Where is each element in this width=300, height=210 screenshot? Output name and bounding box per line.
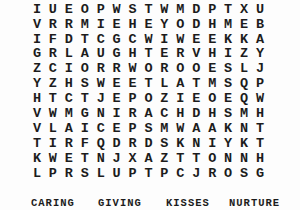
grid-cell-r6c3: H [61,77,77,92]
grid-cell-r5c15: J [252,62,268,77]
grid-cell-r2c9: Y [156,17,172,32]
grid-cell-r3c3: D [61,32,77,47]
grid-cell-r9c1: V [29,121,45,136]
grid-cell-r9c4: I [77,121,93,136]
grid-cell-r12c5: L [93,166,109,181]
grid-cell-r10c8: D [141,136,157,151]
grid-cell-r1c8: T [141,2,157,17]
grid-cell-r11c8: A [141,151,157,166]
grid-cell-r7c9: Z [156,92,172,107]
grid-cell-r1c5: P [93,2,109,17]
grid-cell-r8c6: I [109,106,125,121]
grid-cell-r1c1: I [29,2,45,17]
grid-cell-r6c14: Q [236,77,252,92]
grid-cell-r2c13: M [220,17,236,32]
grid-cell-r3c13: K [220,32,236,47]
grid-cell-r8c3: M [61,106,77,121]
grid-cell-r3c6: G [109,32,125,47]
grid-cell-r5c8: O [141,62,157,77]
grid-cell-r6c10: A [172,77,188,92]
grid-cell-r3c8: W [141,32,157,47]
grid-cell-r6c8: T [141,77,157,92]
grid-cell-r1c11: D [188,2,204,17]
grid-cell-r7c4: T [77,92,93,107]
grid-cell-r12c12: R [204,166,220,181]
grid-cell-r4c13: I [220,47,236,62]
grid-cell-r2c2: R [45,17,61,32]
grid-cell-r8c14: M [236,106,252,121]
grid-cell-r10c11: N [188,136,204,151]
grid-cell-r12c3: R [61,166,77,181]
grid-cell-r4c12: H [204,47,220,62]
grid-cell-r9c6: E [109,121,125,136]
grid-cell-r5c3: I [61,62,77,77]
grid-cell-r11c13: N [220,151,236,166]
grid-cell-r5c5: R [93,62,109,77]
grid-cell-r5c6: R [109,62,125,77]
grid-cell-r12c9: P [156,166,172,181]
grid-cell-r12c2: P [45,166,61,181]
grid-cell-r10c10: K [172,136,188,151]
grid-cell-r3c10: W [172,32,188,47]
grid-cell-r9c13: K [220,121,236,136]
grid-cell-r6c6: E [109,77,125,92]
grid-cell-r9c10: W [172,121,188,136]
grid-cell-r4c7: H [125,47,141,62]
grid-cell-r2c15: B [252,17,268,32]
grid-cell-r1c3: E [61,2,77,17]
grid-cell-r9c5: C [93,121,109,136]
grid-cell-r5c11: O [188,62,204,77]
grid-cell-r9c7: P [125,121,141,136]
grid-cell-r10c14: K [236,136,252,151]
grid-cell-r7c3: C [61,92,77,107]
grid-cell-r11c10: T [172,151,188,166]
grid-cell-r1c7: S [125,2,141,17]
grid-cell-r12c10: C [172,166,188,181]
grid-cell-r4c15: Y [252,47,268,62]
grid-cell-r6c13: S [220,77,236,92]
grid-cell-r12c1: L [29,166,45,181]
grid-cell-r2c3: R [61,17,77,32]
grid-cell-r5c9: R [156,62,172,77]
grid-cell-r2c1: V [29,17,45,32]
grid-cell-r10c7: R [125,136,141,151]
grid-cell-r2c5: I [93,17,109,32]
grid-cell-r8c10: H [172,106,188,121]
grid-cell-r7c15: W [252,92,268,107]
grid-cell-r8c15: H [252,106,268,121]
grid-cell-r5c7: W [125,62,141,77]
grid-cell-r12c15: G [252,166,268,181]
grid-cell-r8c13: S [220,106,236,121]
grid-cell-r10c9: S [156,136,172,151]
grid-cell-r1c15: U [252,2,268,17]
grid-cell-r5c4: O [77,62,93,77]
grid-cell-r11c15: H [252,151,268,166]
grid-cell-r7c2: T [45,92,61,107]
grid-cell-r5c12: E [204,62,220,77]
grid-cell-r6c4: S [77,77,93,92]
grid-cell-r4c11: V [188,47,204,62]
grid-cell-r1c6: W [109,2,125,17]
grid-cell-r10c5: Q [93,136,109,151]
grid-cell-r2c7: H [125,17,141,32]
grid-cell-r2c4: M [77,17,93,32]
grid-cell-r9c9: M [156,121,172,136]
grid-cell-r11c11: T [188,151,204,166]
grid-cell-r12c11: J [188,166,204,181]
grid-cell-r10c2: I [45,136,61,151]
grid-cell-r11c6: J [109,151,125,166]
word-list-item-giving: GIVING [98,198,142,209]
grid-cell-r3c5: C [93,32,109,47]
grid-cell-r9c11: A [188,121,204,136]
grid-cell-r2c11: D [188,17,204,32]
grid-cell-r1c13: T [220,2,236,17]
grid-cell-r7c7: P [125,92,141,107]
grid-cell-r1c2: U [45,2,61,17]
grid-cell-r2c6: E [109,17,125,32]
grid-cell-r6c12: M [204,77,220,92]
grid-cell-r11c14: N [236,151,252,166]
grid-cell-r7c6: E [109,92,125,107]
grid-cell-r4c10: R [172,47,188,62]
grid-cell-r12c4: S [77,166,93,181]
grid-cell-r6c11: T [188,77,204,92]
grid-cell-r2c10: O [172,17,188,32]
grid-cell-r12c8: T [141,166,157,181]
grid-cell-r3c9: I [156,32,172,47]
grid-cell-r4c4: A [77,47,93,62]
grid-cell-r6c2: Z [45,77,61,92]
grid-cell-r11c4: T [77,151,93,166]
grid-cell-r5c14: L [236,62,252,77]
grid-cell-r1c12: P [204,2,220,17]
grid-cell-r4c3: L [61,47,77,62]
grid-cell-r2c12: H [204,17,220,32]
grid-cell-r7c14: Q [236,92,252,107]
grid-cell-r10c12: I [204,136,220,151]
grid-cell-r8c7: R [125,106,141,121]
grid-cell-r4c1: G [29,47,45,62]
word-list-item-kisses: KISSES [166,198,210,209]
grid-cell-r9c12: A [204,121,220,136]
grid-cell-r9c15: T [252,121,268,136]
grid-cell-r8c9: C [156,106,172,121]
grid-cell-r4c14: Z [236,47,252,62]
grid-cell-r3c15: A [252,32,268,47]
grid-cell-r7c10: I [172,92,188,107]
grid-cell-r4c6: G [109,47,125,62]
grid-cell-r6c9: L [156,77,172,92]
grid-cell-r3c11: E [188,32,204,47]
grid-cell-r12c14: S [236,166,252,181]
word-list-item-nurture: NURTURE [229,198,280,209]
grid-cell-r12c6: U [109,166,125,181]
grid-cell-r3c2: F [45,32,61,47]
grid-cell-r10c15: T [252,136,268,151]
grid-cell-r4c8: T [141,47,157,62]
grid-cell-r7c8: O [141,92,157,107]
grid-cell-r7c11: E [188,92,204,107]
grid-cell-r3c14: K [236,32,252,47]
grid-cell-r5c13: S [220,62,236,77]
grid-cell-r8c4: G [77,106,93,121]
grid-cell-r5c10: O [172,62,188,77]
grid-cell-r9c3: A [61,121,77,136]
letter-grid: IUEOPWSTWMDPTXUVRRMIEHEYODHMEBIFDTCGCWIW… [29,2,268,181]
grid-cell-r10c4: F [77,136,93,151]
grid-cell-r7c1: H [29,92,45,107]
word-list-item-caring: CARING [31,198,75,209]
grid-cell-r9c14: N [236,121,252,136]
grid-cell-r1c14: X [236,2,252,17]
grid-cell-r8c2: W [45,106,61,121]
grid-cell-r4c9: E [156,47,172,62]
grid-cell-r11c2: W [45,151,61,166]
grid-cell-r7c13: E [220,92,236,107]
grid-cell-r11c9: Z [156,151,172,166]
grid-cell-r5c1: Z [29,62,45,77]
grid-cell-r3c4: T [77,32,93,47]
grid-cell-r11c7: X [125,151,141,166]
grid-cell-r10c1: T [29,136,45,151]
grid-cell-r3c1: I [29,32,45,47]
grid-cell-r8c8: A [141,106,157,121]
grid-cell-r11c5: N [93,151,109,166]
grid-cell-r1c9: W [156,2,172,17]
grid-cell-r10c13: Y [220,136,236,151]
grid-cell-r7c12: O [204,92,220,107]
grid-cell-r10c6: D [109,136,125,151]
word-list: CARINGGIVINGKISSESNURTURE [0,198,300,210]
grid-cell-r8c1: V [29,106,45,121]
grid-cell-r6c15: P [252,77,268,92]
grid-cell-r1c10: M [172,2,188,17]
grid-cell-r8c12: H [204,106,220,121]
grid-cell-r12c13: O [220,166,236,181]
grid-cell-r11c1: K [29,151,45,166]
grid-cell-r6c5: W [93,77,109,92]
grid-cell-r4c2: R [45,47,61,62]
grid-cell-r2c14: E [236,17,252,32]
grid-cell-r9c8: S [141,121,157,136]
word-search-page: IUEOPWSTWMDPTXUVRRMIEHEYODHMEBIFDTCGCWIW… [0,0,300,210]
grid-cell-r6c7: E [125,77,141,92]
grid-cell-r2c8: E [141,17,157,32]
grid-cell-r1c4: O [77,2,93,17]
grid-cell-r10c3: R [61,136,77,151]
grid-cell-r3c12: E [204,32,220,47]
grid-cell-r7c5: J [93,92,109,107]
grid-cell-r3c7: C [125,32,141,47]
grid-cell-r8c11: D [188,106,204,121]
grid-cell-r6c1: Y [29,77,45,92]
grid-cell-r12c7: P [125,166,141,181]
grid-cell-r11c12: O [204,151,220,166]
grid-cell-r5c2: C [45,62,61,77]
grid-cell-r11c3: E [61,151,77,166]
grid-cell-r9c2: L [45,121,61,136]
grid-cell-r8c5: N [93,106,109,121]
grid-cell-r4c5: U [93,47,109,62]
